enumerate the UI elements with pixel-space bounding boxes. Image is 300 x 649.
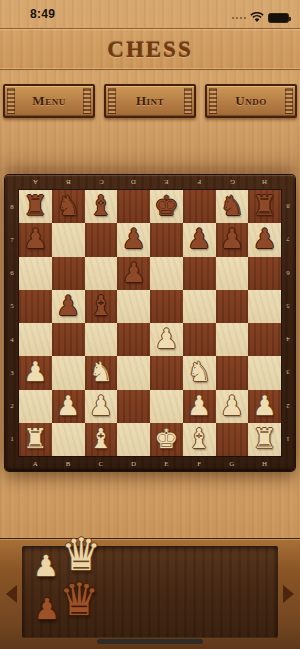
square-b3[interactable] xyxy=(52,356,85,389)
square-g7[interactable]: ♟ xyxy=(216,223,249,256)
home-indicator[interactable] xyxy=(97,639,203,644)
rank-label-left-1: 1 xyxy=(5,423,19,456)
file-label-bottom-b: B xyxy=(52,456,85,471)
black-rook-h8: ♜ xyxy=(253,192,277,219)
square-h8[interactable]: ♜ xyxy=(248,190,281,223)
hint-button[interactable]: Hint xyxy=(104,84,196,118)
square-h5[interactable] xyxy=(248,290,281,323)
square-c1[interactable]: ♝ xyxy=(85,423,118,456)
square-d8[interactable] xyxy=(117,190,150,223)
file-label-bottom-a: A xyxy=(19,456,52,471)
square-g1[interactable] xyxy=(216,423,249,456)
black-rook-a8: ♜ xyxy=(23,192,47,219)
file-label-top-h: H xyxy=(248,175,281,190)
black-pawn-b5: ♟ xyxy=(56,292,80,319)
square-f2[interactable]: ♟ xyxy=(183,390,216,423)
square-d4[interactable] xyxy=(117,323,150,356)
black-pawn-g7: ♟ xyxy=(220,225,244,252)
black-knight-b8: ♞ xyxy=(56,192,80,219)
battery-icon xyxy=(268,13,289,23)
square-a7[interactable]: ♟ xyxy=(19,223,52,256)
board-squares: ♜♞♝♚♞♜♟♟♟♟♟♟♟♝♟♟♞♞♟♟♟♟♟♜♝♚♝♜ xyxy=(19,190,281,456)
rank-label-right-5: 5 xyxy=(281,290,295,323)
undo-button[interactable]: Undo xyxy=(205,84,297,118)
rank-label-left-8: 8 xyxy=(5,190,19,223)
captured-pieces-tray: ♟♛♟♛ xyxy=(0,538,300,649)
file-label-top-d: D xyxy=(117,175,150,190)
square-c5[interactable]: ♝ xyxy=(85,290,118,323)
file-label-top-f: F xyxy=(183,175,216,190)
app-title: CHESS xyxy=(0,37,300,63)
square-c7[interactable] xyxy=(85,223,118,256)
square-h3[interactable] xyxy=(248,356,281,389)
white-knight-f3: ♞ xyxy=(187,358,211,385)
file-label-top-b: B xyxy=(52,175,85,190)
white-pawn-h2: ♟ xyxy=(253,392,277,419)
white-pawn-f2: ♟ xyxy=(187,392,211,419)
square-a2[interactable] xyxy=(19,390,52,423)
rank-label-left-3: 3 xyxy=(5,356,19,389)
white-pawn-g2: ♟ xyxy=(220,392,244,419)
square-a8[interactable]: ♜ xyxy=(19,190,52,223)
rank-label-right-6: 6 xyxy=(281,257,295,290)
square-e6[interactable] xyxy=(150,257,183,290)
status-bar: 8:49 xyxy=(0,0,300,28)
rank-label-right-3: 3 xyxy=(281,356,295,389)
white-pawn-a3: ♟ xyxy=(23,358,47,385)
square-g5[interactable] xyxy=(216,290,249,323)
file-label-bottom-h: H xyxy=(248,456,281,471)
square-e7[interactable] xyxy=(150,223,183,256)
square-h6[interactable] xyxy=(248,257,281,290)
square-d1[interactable] xyxy=(117,423,150,456)
square-d3[interactable] xyxy=(117,356,150,389)
square-d7[interactable]: ♟ xyxy=(117,223,150,256)
rank-label-left-5: 5 xyxy=(5,290,19,323)
white-king-e1: ♚ xyxy=(154,425,178,452)
square-c6[interactable] xyxy=(85,257,118,290)
toolbar: Menu Hint Undo xyxy=(3,84,297,118)
square-a3[interactable]: ♟ xyxy=(19,356,52,389)
square-b6[interactable] xyxy=(52,257,85,290)
file-label-bottom-g: G xyxy=(216,456,249,471)
file-label-bottom-e: E xyxy=(150,456,183,471)
black-knight-g8: ♞ xyxy=(220,192,244,219)
file-label-top-c: C xyxy=(85,175,118,190)
square-h4[interactable] xyxy=(248,323,281,356)
square-c3[interactable]: ♞ xyxy=(85,356,118,389)
tray-previous-arrow-button[interactable] xyxy=(6,585,17,603)
square-d5[interactable] xyxy=(117,290,150,323)
square-a1[interactable]: ♜ xyxy=(19,423,52,456)
square-b5[interactable]: ♟ xyxy=(52,290,85,323)
rank-label-left-7: 7 xyxy=(5,223,19,256)
black-pawn-h7: ♟ xyxy=(253,225,277,252)
square-c4[interactable] xyxy=(85,323,118,356)
square-f8[interactable] xyxy=(183,190,216,223)
square-e8[interactable]: ♚ xyxy=(150,190,183,223)
phone-screen: 8:49 CHESS Menu Hint Undo ABCDEFGH 87654… xyxy=(0,0,300,649)
rank-label-left-2: 2 xyxy=(5,390,19,423)
rank-label-left-6: 6 xyxy=(5,257,19,290)
cellular-signal-icon xyxy=(232,17,246,19)
square-f6[interactable] xyxy=(183,257,216,290)
square-g4[interactable] xyxy=(216,323,249,356)
square-e5[interactable] xyxy=(150,290,183,323)
file-label-top-g: G xyxy=(216,175,249,190)
square-a6[interactable] xyxy=(19,257,52,290)
white-rook-a1: ♜ xyxy=(23,425,47,452)
rank-label-right-7: 7 xyxy=(281,223,295,256)
rank-label-right-1: 1 xyxy=(281,423,295,456)
file-labels-bottom: ABCDEFGH xyxy=(19,456,281,471)
rank-label-right-8: 8 xyxy=(281,190,295,223)
square-d6[interactable]: ♟ xyxy=(117,257,150,290)
rank-label-left-4: 4 xyxy=(5,323,19,356)
rank-label-right-4: 4 xyxy=(281,323,295,356)
black-bishop-c5: ♝ xyxy=(89,292,113,319)
file-labels-top: ABCDEFGH xyxy=(19,175,281,190)
black-pawn-d7: ♟ xyxy=(122,225,146,252)
white-pawn-b2: ♟ xyxy=(56,392,80,419)
menu-button[interactable]: Menu xyxy=(3,84,95,118)
black-pawn-d6: ♟ xyxy=(122,259,146,286)
black-bishop-c8: ♝ xyxy=(89,192,113,219)
black-king-e8: ♚ xyxy=(154,192,178,219)
status-time: 8:49 xyxy=(30,7,55,21)
chess-board: ABCDEFGH 87654321 87654321 ABCDEFGH ♜♞♝♚… xyxy=(5,175,295,471)
rank-label-right-2: 2 xyxy=(281,390,295,423)
square-b2[interactable]: ♟ xyxy=(52,390,85,423)
square-g8[interactable]: ♞ xyxy=(216,190,249,223)
square-h2[interactable]: ♟ xyxy=(248,390,281,423)
captured-pieces-panel xyxy=(22,546,278,638)
square-e3[interactable] xyxy=(150,356,183,389)
file-label-top-e: E xyxy=(150,175,183,190)
file-label-bottom-f: F xyxy=(183,456,216,471)
square-h1[interactable]: ♜ xyxy=(248,423,281,456)
square-h7[interactable]: ♟ xyxy=(248,223,281,256)
square-e4[interactable]: ♟ xyxy=(150,323,183,356)
square-b1[interactable] xyxy=(52,423,85,456)
square-f4[interactable] xyxy=(183,323,216,356)
file-label-bottom-d: D xyxy=(117,456,150,471)
square-e2[interactable] xyxy=(150,390,183,423)
square-d2[interactable] xyxy=(117,390,150,423)
white-bishop-f1: ♝ xyxy=(187,425,211,452)
square-f3[interactable]: ♞ xyxy=(183,356,216,389)
status-icons xyxy=(232,9,289,27)
file-label-bottom-c: C xyxy=(85,456,118,471)
rank-labels-right: 87654321 xyxy=(281,190,295,456)
square-b7[interactable] xyxy=(52,223,85,256)
square-c8[interactable]: ♝ xyxy=(85,190,118,223)
rank-labels-left: 87654321 xyxy=(5,190,19,456)
white-bishop-c1: ♝ xyxy=(89,425,113,452)
square-g6[interactable] xyxy=(216,257,249,290)
file-label-top-a: A xyxy=(19,175,52,190)
square-g3[interactable] xyxy=(216,356,249,389)
white-rook-h1: ♜ xyxy=(253,425,277,452)
square-f1[interactable]: ♝ xyxy=(183,423,216,456)
square-b4[interactable] xyxy=(52,323,85,356)
white-pawn-c2: ♟ xyxy=(89,392,113,419)
black-pawn-a7: ♟ xyxy=(23,225,47,252)
white-knight-c3: ♞ xyxy=(89,358,113,385)
square-a5[interactable] xyxy=(19,290,52,323)
square-a4[interactable] xyxy=(19,323,52,356)
tray-next-arrow-button[interactable] xyxy=(283,585,294,603)
square-e1[interactable]: ♚ xyxy=(150,423,183,456)
square-f7[interactable]: ♟ xyxy=(183,223,216,256)
square-b8[interactable]: ♞ xyxy=(52,190,85,223)
app-header: CHESS xyxy=(0,28,300,70)
black-pawn-f7: ♟ xyxy=(187,225,211,252)
wifi-icon xyxy=(250,9,264,27)
white-pawn-e4: ♟ xyxy=(154,325,178,352)
square-c2[interactable]: ♟ xyxy=(85,390,118,423)
square-f5[interactable] xyxy=(183,290,216,323)
square-g2[interactable]: ♟ xyxy=(216,390,249,423)
